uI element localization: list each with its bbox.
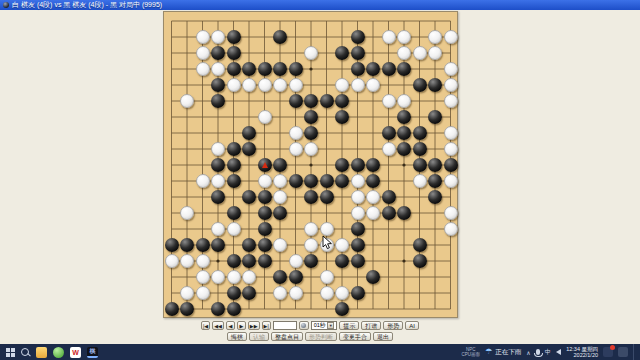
board-cell[interactable]	[381, 157, 397, 173]
board-cell[interactable]	[443, 253, 459, 269]
board-cell[interactable]	[242, 109, 258, 125]
board-cell[interactable]	[428, 221, 444, 237]
board-cell[interactable]	[319, 189, 335, 205]
board-cell[interactable]	[412, 157, 428, 173]
hint-button[interactable]: 提示	[339, 321, 359, 330]
board-cell[interactable]	[211, 269, 227, 285]
microphone-icon[interactable]	[536, 349, 540, 355]
board-cell[interactable]	[242, 125, 258, 141]
board-cell[interactable]	[211, 301, 227, 317]
go-client-taskbar-icon[interactable]: 棋	[87, 347, 98, 358]
board-cell[interactable]	[257, 29, 273, 45]
board-cell[interactable]	[211, 189, 227, 205]
board-cell[interactable]	[273, 237, 289, 253]
board-cell[interactable]	[226, 93, 242, 109]
board-cell[interactable]	[443, 189, 459, 205]
tray-app-icon[interactable]	[618, 347, 628, 357]
board-cell[interactable]	[288, 77, 304, 93]
board-cell[interactable]	[443, 237, 459, 253]
board-cell[interactable]	[180, 141, 196, 157]
board-cell[interactable]	[397, 157, 413, 173]
board-cell[interactable]	[381, 189, 397, 205]
board-cell[interactable]	[304, 189, 320, 205]
board-cell[interactable]	[164, 61, 180, 77]
board-cell[interactable]	[412, 173, 428, 189]
board-cell[interactable]	[335, 157, 351, 173]
ai-button[interactable]: AI	[405, 321, 419, 330]
board-cell[interactable]	[335, 29, 351, 45]
board-cell[interactable]	[304, 77, 320, 93]
nav-forward-button[interactable]: ▶	[237, 321, 246, 330]
board-cell[interactable]	[366, 93, 382, 109]
move-number-input[interactable]	[273, 321, 297, 330]
board-cell[interactable]	[273, 253, 289, 269]
board-cell[interactable]	[443, 301, 459, 317]
board-cell[interactable]	[180, 125, 196, 141]
board-cell[interactable]	[443, 269, 459, 285]
board-cell[interactable]	[319, 221, 335, 237]
board-cell[interactable]	[288, 141, 304, 157]
board-cell[interactable]	[211, 45, 227, 61]
board-cell[interactable]	[412, 285, 428, 301]
board-cell[interactable]	[226, 157, 242, 173]
board-cell[interactable]	[257, 45, 273, 61]
board-cell[interactable]	[304, 45, 320, 61]
show-desktop-button[interactable]	[633, 344, 636, 360]
board-cell[interactable]	[164, 125, 180, 141]
board-cell[interactable]	[288, 157, 304, 173]
board-cell[interactable]	[381, 77, 397, 93]
board-cell[interactable]	[195, 125, 211, 141]
board-cell[interactable]	[366, 157, 382, 173]
board-cell[interactable]	[381, 61, 397, 77]
board-cell[interactable]	[397, 173, 413, 189]
board-cell[interactable]	[443, 125, 459, 141]
board-cell[interactable]	[195, 141, 211, 157]
board-cell[interactable]	[319, 253, 335, 269]
board-cell[interactable]	[226, 237, 242, 253]
nav-first-button[interactable]: |◀	[201, 321, 210, 330]
board-cell[interactable]	[397, 253, 413, 269]
board-cell[interactable]	[195, 285, 211, 301]
board-cell[interactable]	[443, 61, 459, 77]
board-cell[interactable]	[226, 61, 242, 77]
board-cell[interactable]	[350, 221, 366, 237]
board-cell[interactable]	[226, 221, 242, 237]
board-cell[interactable]	[366, 285, 382, 301]
board-cell[interactable]	[288, 205, 304, 221]
board-cell[interactable]	[257, 141, 273, 157]
board-cell[interactable]	[304, 301, 320, 317]
board-cell[interactable]	[242, 93, 258, 109]
board-cell[interactable]	[428, 13, 444, 29]
board-cell[interactable]	[304, 141, 320, 157]
board-cell[interactable]	[180, 93, 196, 109]
board-cell[interactable]	[180, 77, 196, 93]
board-cell[interactable]	[443, 173, 459, 189]
board-cell[interactable]	[443, 221, 459, 237]
board-cell[interactable]	[381, 29, 397, 45]
taskbar-clock[interactable]: 12:34 星期四 2022/1/20	[566, 346, 598, 359]
board-cell[interactable]	[211, 253, 227, 269]
board-cell[interactable]	[428, 141, 444, 157]
board-cell[interactable]	[180, 189, 196, 205]
board-cell[interactable]	[211, 237, 227, 253]
board-cell[interactable]	[397, 141, 413, 157]
board-cell[interactable]	[350, 173, 366, 189]
board-cell[interactable]	[350, 93, 366, 109]
board-cell[interactable]	[412, 253, 428, 269]
board-cell[interactable]	[381, 125, 397, 141]
board-cell[interactable]	[350, 13, 366, 29]
board-cell[interactable]	[366, 13, 382, 29]
board-cell[interactable]	[397, 221, 413, 237]
board-cell[interactable]	[319, 205, 335, 221]
board-cell[interactable]	[350, 301, 366, 317]
board-cell[interactable]	[195, 157, 211, 173]
count-score-button[interactable]: 整盘点目	[271, 332, 303, 341]
board-cell[interactable]	[397, 93, 413, 109]
board-cell[interactable]	[428, 45, 444, 61]
board-cell[interactable]	[226, 173, 242, 189]
board-cell[interactable]	[180, 285, 196, 301]
board-cell[interactable]	[335, 93, 351, 109]
board-cell[interactable]	[381, 13, 397, 29]
board-cell[interactable]	[335, 253, 351, 269]
board-cell[interactable]	[288, 301, 304, 317]
board-cell[interactable]	[226, 205, 242, 221]
ime-indicator[interactable]: 中	[545, 348, 552, 357]
board-cell[interactable]	[335, 173, 351, 189]
board-cell[interactable]	[304, 125, 320, 141]
board-cell[interactable]	[428, 77, 444, 93]
board-cell[interactable]	[226, 45, 242, 61]
speaker-icon[interactable]	[556, 349, 561, 355]
board-cell[interactable]	[428, 109, 444, 125]
board-cell[interactable]	[335, 141, 351, 157]
board-cell[interactable]	[242, 189, 258, 205]
board-cell[interactable]	[211, 109, 227, 125]
board-cell[interactable]	[428, 93, 444, 109]
board-cell[interactable]	[350, 189, 366, 205]
board-cell[interactable]	[195, 205, 211, 221]
board-cell[interactable]	[350, 205, 366, 221]
board-cell[interactable]	[397, 45, 413, 61]
board-cell[interactable]	[319, 125, 335, 141]
board-cell[interactable]	[319, 29, 335, 45]
board-cell[interactable]	[304, 237, 320, 253]
board-cell[interactable]	[211, 173, 227, 189]
board-cell[interactable]	[242, 269, 258, 285]
board-cell[interactable]	[397, 109, 413, 125]
board-cell[interactable]	[428, 61, 444, 77]
board-cell[interactable]	[381, 173, 397, 189]
board-cell[interactable]	[257, 157, 273, 173]
board-cell[interactable]	[195, 109, 211, 125]
board-cell[interactable]	[428, 157, 444, 173]
board-cell[interactable]	[242, 157, 258, 173]
board-cell[interactable]	[304, 269, 320, 285]
board-cell[interactable]	[350, 77, 366, 93]
exit-button[interactable]: 退出	[373, 332, 393, 341]
board-cell[interactable]	[195, 253, 211, 269]
board-cell[interactable]	[195, 221, 211, 237]
board-cell[interactable]	[335, 269, 351, 285]
board-cell[interactable]	[180, 173, 196, 189]
board-cell[interactable]	[288, 269, 304, 285]
board-cell[interactable]	[335, 285, 351, 301]
board-cell[interactable]	[304, 157, 320, 173]
board-cell[interactable]	[164, 173, 180, 189]
board-cell[interactable]	[443, 45, 459, 61]
board-cell[interactable]	[257, 205, 273, 221]
board-cell[interactable]	[257, 77, 273, 93]
board-cell[interactable]	[195, 29, 211, 45]
board-cell[interactable]	[350, 29, 366, 45]
board-cell[interactable]	[412, 189, 428, 205]
resign-button[interactable]: 认输	[249, 332, 269, 341]
board-cell[interactable]	[335, 189, 351, 205]
board-cell[interactable]	[273, 93, 289, 109]
board-cell[interactable]	[304, 61, 320, 77]
board-cell[interactable]	[273, 189, 289, 205]
board-cell[interactable]	[304, 253, 320, 269]
board-cell[interactable]	[180, 205, 196, 221]
board-cell[interactable]	[428, 189, 444, 205]
board-cell[interactable]	[366, 45, 382, 61]
board-cell[interactable]	[180, 269, 196, 285]
board-cell[interactable]	[443, 77, 459, 93]
board-cell[interactable]	[257, 173, 273, 189]
board-cell[interactable]	[304, 29, 320, 45]
board-cell[interactable]	[180, 109, 196, 125]
board-cell[interactable]	[350, 125, 366, 141]
board-cell[interactable]	[335, 109, 351, 125]
board-cell[interactable]	[273, 109, 289, 125]
board-cell[interactable]	[397, 237, 413, 253]
board-cell[interactable]	[257, 13, 273, 29]
nav-last-button[interactable]: ▶|	[262, 321, 271, 330]
board-cell[interactable]	[257, 301, 273, 317]
board-cell[interactable]	[350, 157, 366, 173]
window-titlebar[interactable]: 白 棋友 (4段) vs 黑 棋友 (4段) - 黑 对局中 (9995)	[0, 0, 640, 10]
board-cell[interactable]	[397, 285, 413, 301]
board-cell[interactable]	[397, 125, 413, 141]
board-cell[interactable]	[397, 189, 413, 205]
board-cell[interactable]	[381, 93, 397, 109]
board-cell[interactable]	[257, 109, 273, 125]
board-cell[interactable]	[242, 221, 258, 237]
board-cell[interactable]	[304, 221, 320, 237]
board-cell[interactable]	[288, 221, 304, 237]
board-cell[interactable]	[180, 29, 196, 45]
board-cell[interactable]	[273, 301, 289, 317]
board-cell[interactable]	[319, 45, 335, 61]
board-cell[interactable]	[397, 61, 413, 77]
board-cell[interactable]	[304, 285, 320, 301]
board-cell[interactable]	[195, 237, 211, 253]
board-cell[interactable]	[319, 173, 335, 189]
board-cell[interactable]	[257, 285, 273, 301]
board-cell[interactable]	[412, 205, 428, 221]
board-cell[interactable]	[412, 301, 428, 317]
board-cell[interactable]	[164, 109, 180, 125]
board-cell[interactable]	[366, 109, 382, 125]
start-button[interactable]	[6, 348, 15, 357]
board-cell[interactable]	[242, 205, 258, 221]
board-cell[interactable]	[164, 237, 180, 253]
board-cell[interactable]	[273, 61, 289, 77]
board-cell[interactable]	[381, 269, 397, 285]
board-cell[interactable]	[242, 61, 258, 77]
board-cell[interactable]	[319, 269, 335, 285]
board-cell[interactable]	[164, 285, 180, 301]
board-cell[interactable]	[397, 13, 413, 29]
board-cell[interactable]	[195, 61, 211, 77]
board-cell[interactable]	[319, 93, 335, 109]
board-cell[interactable]	[366, 269, 382, 285]
board-cell[interactable]	[257, 269, 273, 285]
board-cell[interactable]	[164, 205, 180, 221]
board-cell[interactable]	[381, 221, 397, 237]
board-cell[interactable]	[164, 93, 180, 109]
board-cell[interactable]	[350, 61, 366, 77]
board-cell[interactable]	[381, 45, 397, 61]
board-cell[interactable]	[226, 109, 242, 125]
board-cell[interactable]	[164, 77, 180, 93]
board-cell[interactable]	[164, 157, 180, 173]
board-cell[interactable]	[335, 13, 351, 29]
board-cell[interactable]	[195, 13, 211, 29]
stone-tool-button[interactable]	[299, 321, 309, 330]
board-cell[interactable]	[180, 61, 196, 77]
board-cell[interactable]	[366, 141, 382, 157]
judge-position-button[interactable]: 形势判断	[305, 332, 337, 341]
board-cell[interactable]	[164, 221, 180, 237]
board-cell[interactable]	[412, 221, 428, 237]
board-cell[interactable]	[273, 157, 289, 173]
board-cell[interactable]	[273, 45, 289, 61]
board-cell[interactable]	[304, 173, 320, 189]
board-cell[interactable]	[288, 125, 304, 141]
board-cell[interactable]	[428, 29, 444, 45]
board-cell[interactable]	[412, 45, 428, 61]
board-cell[interactable]	[273, 285, 289, 301]
board-cell[interactable]	[226, 301, 242, 317]
board-cell[interactable]	[164, 45, 180, 61]
board-cell[interactable]	[226, 285, 242, 301]
board-cell[interactable]	[319, 77, 335, 93]
board-cell[interactable]	[319, 301, 335, 317]
nav-back10-button[interactable]: ◀◀	[212, 321, 224, 330]
board-cell[interactable]	[211, 141, 227, 157]
tray-chevron-icon[interactable]: ∧	[526, 349, 530, 356]
board-cell[interactable]	[335, 61, 351, 77]
board-cell[interactable]	[412, 13, 428, 29]
board-cell[interactable]	[226, 253, 242, 269]
board-cell[interactable]	[164, 141, 180, 157]
board-cell[interactable]	[366, 205, 382, 221]
board-cell[interactable]	[288, 285, 304, 301]
board-cell[interactable]	[304, 205, 320, 221]
change-handicap-button[interactable]: 变更手合	[339, 332, 371, 341]
board-cell[interactable]	[350, 237, 366, 253]
board-cell[interactable]	[288, 237, 304, 253]
board-cell[interactable]	[335, 77, 351, 93]
board-cell[interactable]	[164, 13, 180, 29]
board-cell[interactable]	[195, 93, 211, 109]
board-cell[interactable]	[211, 77, 227, 93]
board-cell[interactable]	[397, 301, 413, 317]
board-cell[interactable]	[288, 29, 304, 45]
board-cell[interactable]	[304, 93, 320, 109]
board-cell[interactable]	[428, 269, 444, 285]
board-cell[interactable]	[319, 13, 335, 29]
board-cell[interactable]	[350, 285, 366, 301]
board-cell[interactable]	[257, 61, 273, 77]
board-cell[interactable]	[366, 29, 382, 45]
board-cell[interactable]	[443, 141, 459, 157]
board-cell[interactable]	[366, 237, 382, 253]
board-cell[interactable]	[211, 205, 227, 221]
board-cell[interactable]	[366, 125, 382, 141]
board-cell[interactable]	[412, 29, 428, 45]
board-cell[interactable]	[366, 189, 382, 205]
board-cell[interactable]	[273, 141, 289, 157]
board-cell[interactable]	[257, 253, 273, 269]
board-cell[interactable]	[273, 221, 289, 237]
board-cell[interactable]	[288, 93, 304, 109]
board-cell[interactable]	[195, 77, 211, 93]
board-cell[interactable]	[412, 109, 428, 125]
board-cell[interactable]	[366, 77, 382, 93]
board-cell[interactable]	[242, 29, 258, 45]
board-cell[interactable]	[428, 237, 444, 253]
board-cell[interactable]	[195, 189, 211, 205]
board-cell[interactable]	[242, 77, 258, 93]
board-cell[interactable]	[381, 205, 397, 221]
board-cell[interactable]	[443, 285, 459, 301]
board-cell[interactable]	[412, 141, 428, 157]
board-cell[interactable]	[412, 61, 428, 77]
board-cell[interactable]	[288, 189, 304, 205]
board-cell[interactable]	[381, 109, 397, 125]
board-cell[interactable]	[180, 301, 196, 317]
board-cell[interactable]	[428, 125, 444, 141]
board-cell[interactable]	[366, 253, 382, 269]
notification-icon[interactable]	[603, 347, 613, 357]
board-cell[interactable]	[180, 45, 196, 61]
board-cell[interactable]	[397, 29, 413, 45]
board-cell[interactable]	[381, 285, 397, 301]
board-cell[interactable]	[319, 285, 335, 301]
board-cell[interactable]	[412, 77, 428, 93]
board-cell[interactable]	[412, 269, 428, 285]
board-cell[interactable]	[381, 141, 397, 157]
board-cell[interactable]	[319, 109, 335, 125]
board-cell[interactable]	[164, 301, 180, 317]
board-cell[interactable]	[288, 45, 304, 61]
board-cell[interactable]	[242, 301, 258, 317]
board-cell[interactable]	[273, 205, 289, 221]
board-cell[interactable]	[443, 93, 459, 109]
board-cell[interactable]	[366, 61, 382, 77]
board-cell[interactable]	[428, 173, 444, 189]
board-cell[interactable]	[304, 109, 320, 125]
board-cell[interactable]	[443, 109, 459, 125]
board-cell[interactable]	[242, 13, 258, 29]
board-cell[interactable]	[211, 157, 227, 173]
